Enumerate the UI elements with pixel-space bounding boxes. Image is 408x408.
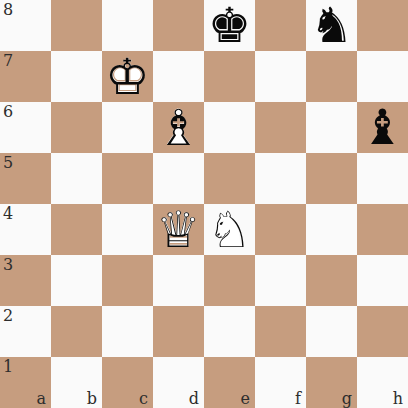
square-f4[interactable] bbox=[255, 204, 306, 255]
rank-label-1: 1 bbox=[3, 359, 13, 375]
piece-black-knight: ♞ bbox=[306, 0, 357, 51]
file-label-f: f bbox=[295, 391, 301, 407]
square-b2[interactable] bbox=[51, 306, 102, 357]
file-label-h: h bbox=[393, 391, 403, 407]
piece-white-bishop: ♝♗ bbox=[153, 102, 204, 153]
square-a7[interactable]: 7 bbox=[0, 51, 51, 102]
square-e2[interactable] bbox=[204, 306, 255, 357]
square-e4[interactable]: ♞♘ bbox=[204, 204, 255, 255]
square-e7[interactable] bbox=[204, 51, 255, 102]
square-g3[interactable] bbox=[306, 255, 357, 306]
piece-black-king: ♚ bbox=[204, 0, 255, 51]
square-d3[interactable] bbox=[153, 255, 204, 306]
square-a6[interactable]: 6 bbox=[0, 102, 51, 153]
square-d2[interactable] bbox=[153, 306, 204, 357]
square-e1[interactable]: e bbox=[204, 357, 255, 408]
white-knight-glyph-outline: ♘ bbox=[204, 204, 255, 255]
square-d4[interactable]: ♛♕ bbox=[153, 204, 204, 255]
square-h1[interactable]: h bbox=[357, 357, 408, 408]
square-d8[interactable] bbox=[153, 0, 204, 51]
rank-label-7: 7 bbox=[3, 53, 13, 69]
square-g6[interactable] bbox=[306, 102, 357, 153]
file-label-b: b bbox=[87, 391, 97, 407]
square-h3[interactable] bbox=[357, 255, 408, 306]
square-c4[interactable] bbox=[102, 204, 153, 255]
square-h4[interactable] bbox=[357, 204, 408, 255]
piece-white-knight: ♞♘ bbox=[204, 204, 255, 255]
square-c8[interactable] bbox=[102, 0, 153, 51]
square-b7[interactable] bbox=[51, 51, 102, 102]
square-f6[interactable] bbox=[255, 102, 306, 153]
white-knight-glyph-fill: ♞ bbox=[205, 205, 254, 254]
square-f7[interactable] bbox=[255, 51, 306, 102]
white-bishop-glyph-fill: ♝ bbox=[154, 103, 203, 152]
piece-white-queen: ♛♕ bbox=[153, 204, 204, 255]
rank-label-4: 4 bbox=[3, 206, 13, 222]
square-a4[interactable]: 4 bbox=[0, 204, 51, 255]
square-c7[interactable]: ♚♔ bbox=[102, 51, 153, 102]
white-king-glyph-fill: ♚ bbox=[103, 52, 152, 101]
file-label-a: a bbox=[36, 391, 46, 407]
square-b6[interactable] bbox=[51, 102, 102, 153]
square-g8[interactable]: ♞ bbox=[306, 0, 357, 51]
square-f3[interactable] bbox=[255, 255, 306, 306]
square-e3[interactable] bbox=[204, 255, 255, 306]
square-b4[interactable] bbox=[51, 204, 102, 255]
square-h8[interactable] bbox=[357, 0, 408, 51]
square-h7[interactable] bbox=[357, 51, 408, 102]
black-bishop-glyph: ♝ bbox=[358, 103, 407, 152]
square-c5[interactable] bbox=[102, 153, 153, 204]
square-f8[interactable] bbox=[255, 0, 306, 51]
black-knight-glyph: ♞ bbox=[307, 1, 356, 50]
square-c3[interactable] bbox=[102, 255, 153, 306]
file-label-g: g bbox=[342, 391, 352, 407]
square-f5[interactable] bbox=[255, 153, 306, 204]
square-g2[interactable] bbox=[306, 306, 357, 357]
square-e6[interactable] bbox=[204, 102, 255, 153]
square-b1[interactable]: b bbox=[51, 357, 102, 408]
square-f1[interactable]: f bbox=[255, 357, 306, 408]
white-queen-glyph-fill: ♛ bbox=[154, 205, 203, 254]
square-e5[interactable] bbox=[204, 153, 255, 204]
square-h2[interactable] bbox=[357, 306, 408, 357]
square-b5[interactable] bbox=[51, 153, 102, 204]
square-d6[interactable]: ♝♗ bbox=[153, 102, 204, 153]
square-c2[interactable] bbox=[102, 306, 153, 357]
white-bishop-glyph-outline: ♗ bbox=[153, 102, 204, 153]
square-h6[interactable]: ♝ bbox=[357, 102, 408, 153]
chess-board: 8♚♞7♚♔6♝♗♝54♛♕♞♘321abcdefgh bbox=[0, 0, 408, 408]
white-king-glyph-outline: ♔ bbox=[102, 51, 153, 102]
square-f2[interactable] bbox=[255, 306, 306, 357]
square-e8[interactable]: ♚ bbox=[204, 0, 255, 51]
square-a3[interactable]: 3 bbox=[0, 255, 51, 306]
square-a1[interactable]: 1a bbox=[0, 357, 51, 408]
square-c6[interactable] bbox=[102, 102, 153, 153]
piece-white-king: ♚♔ bbox=[102, 51, 153, 102]
rank-label-3: 3 bbox=[3, 257, 13, 273]
square-a2[interactable]: 2 bbox=[0, 306, 51, 357]
square-b8[interactable] bbox=[51, 0, 102, 51]
square-d1[interactable]: d bbox=[153, 357, 204, 408]
square-g1[interactable]: g bbox=[306, 357, 357, 408]
rank-label-6: 6 bbox=[3, 104, 13, 120]
file-label-e: e bbox=[241, 391, 250, 407]
square-g7[interactable] bbox=[306, 51, 357, 102]
square-a5[interactable]: 5 bbox=[0, 153, 51, 204]
square-c1[interactable]: c bbox=[102, 357, 153, 408]
file-label-d: d bbox=[189, 391, 199, 407]
white-queen-glyph-outline: ♕ bbox=[153, 204, 204, 255]
square-a8[interactable]: 8 bbox=[0, 0, 51, 51]
black-king-glyph: ♚ bbox=[205, 1, 254, 50]
rank-label-8: 8 bbox=[3, 2, 13, 18]
square-g5[interactable] bbox=[306, 153, 357, 204]
piece-black-bishop: ♝ bbox=[357, 102, 408, 153]
rank-label-5: 5 bbox=[3, 155, 13, 171]
square-d7[interactable] bbox=[153, 51, 204, 102]
square-h5[interactable] bbox=[357, 153, 408, 204]
square-g4[interactable] bbox=[306, 204, 357, 255]
rank-label-2: 2 bbox=[3, 308, 13, 324]
file-label-c: c bbox=[139, 391, 148, 407]
square-d5[interactable] bbox=[153, 153, 204, 204]
square-b3[interactable] bbox=[51, 255, 102, 306]
